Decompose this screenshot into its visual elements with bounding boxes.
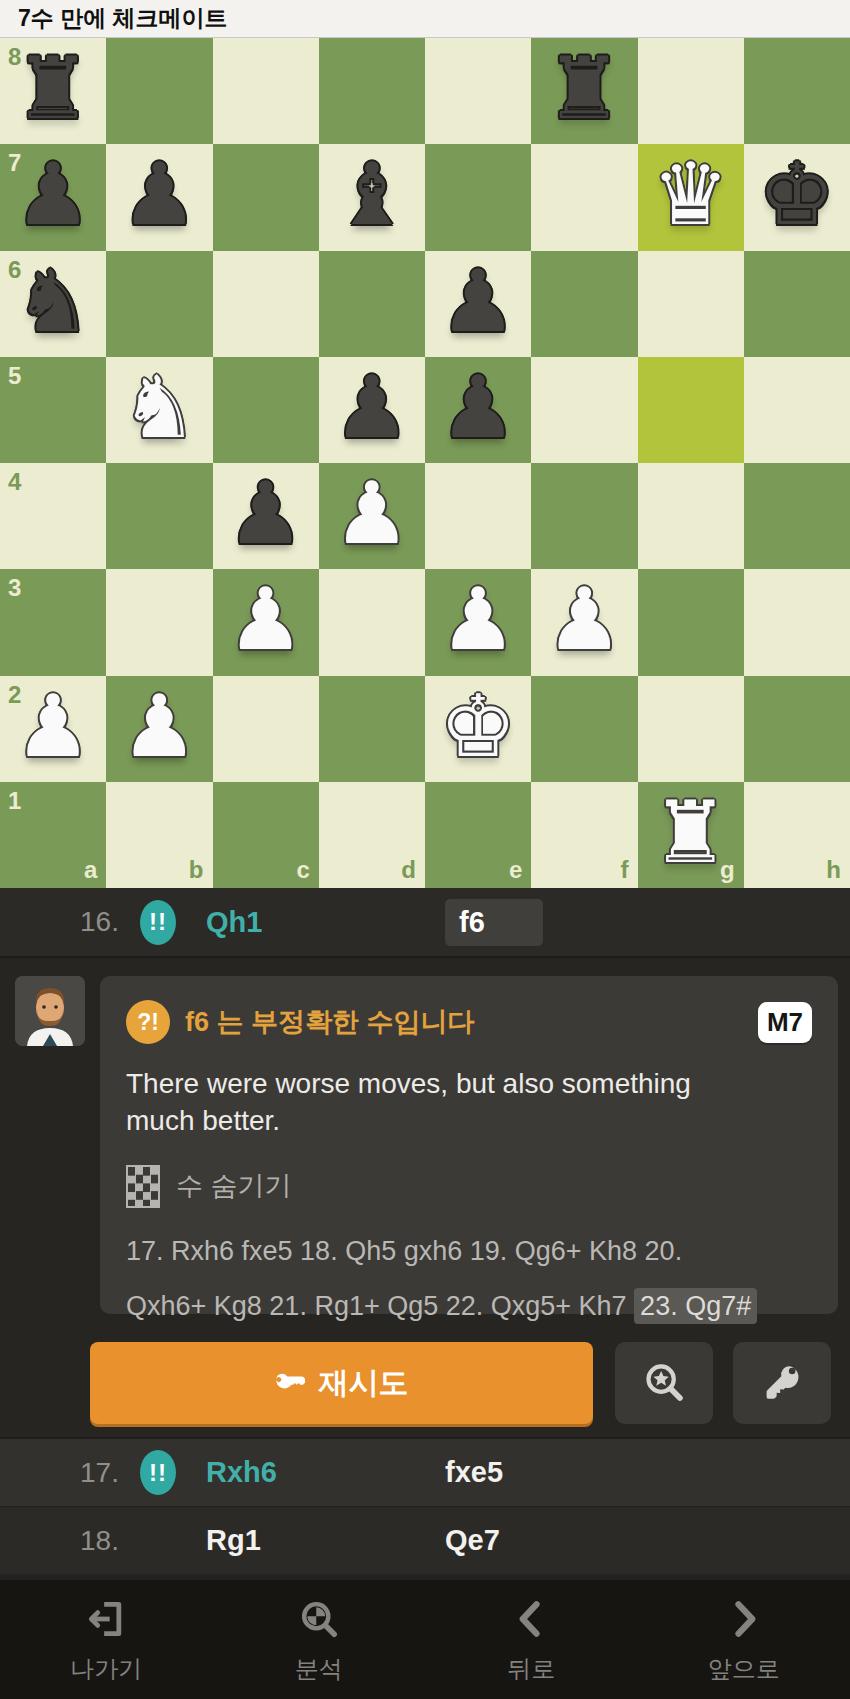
- black-move[interactable]: Qe7: [445, 1524, 500, 1557]
- square-g7[interactable]: ♛: [638, 144, 744, 250]
- file-label-c: c: [296, 858, 309, 882]
- rank-label-3: 3: [8, 576, 21, 600]
- square-g8[interactable]: [638, 38, 744, 144]
- piece-wP-e3[interactable]: ♟: [440, 576, 517, 662]
- square-c7[interactable]: [213, 144, 319, 250]
- square-e5[interactable]: ♟: [425, 357, 531, 463]
- search-star-icon: [641, 1359, 687, 1408]
- square-g4[interactable]: [638, 463, 744, 569]
- square-c2[interactable]: [213, 676, 319, 782]
- piece-wP-a2[interactable]: ♟: [15, 683, 92, 769]
- coach-avatar: [15, 976, 85, 1046]
- piece-wP-f3[interactable]: ♟: [546, 576, 623, 662]
- rank-label-1: 1: [8, 789, 21, 813]
- square-f3[interactable]: ♟: [531, 569, 637, 675]
- piece-bP-b7[interactable]: ♟: [121, 151, 198, 237]
- file-label-a: a: [84, 858, 97, 882]
- rank-label-5: 5: [8, 364, 21, 388]
- move-number: 17.: [80, 1457, 140, 1489]
- white-move[interactable]: Rg1: [206, 1524, 445, 1557]
- mini-board-icon: [126, 1165, 160, 1208]
- piece-bB-d7[interactable]: ♝: [333, 151, 410, 237]
- exit-button[interactable]: 나가기: [0, 1595, 213, 1685]
- square-a8[interactable]: 8♜: [0, 38, 106, 144]
- square-e4[interactable]: [425, 463, 531, 569]
- square-d3[interactable]: [319, 569, 425, 675]
- white-move[interactable]: Rxh6: [206, 1456, 445, 1489]
- piece-wP-d4[interactable]: ♟: [333, 470, 410, 556]
- square-g1[interactable]: g♜: [638, 782, 744, 888]
- piece-bR-f8[interactable]: ♜: [546, 45, 623, 131]
- square-b3[interactable]: [106, 569, 212, 675]
- piece-bP-e6[interactable]: ♟: [440, 258, 517, 344]
- retry-button[interactable]: 재시도: [90, 1342, 593, 1424]
- square-d2[interactable]: [319, 676, 425, 782]
- square-h6[interactable]: [744, 251, 850, 357]
- file-label-d: d: [401, 858, 416, 882]
- square-c5[interactable]: [213, 357, 319, 463]
- piece-wK-e2[interactable]: ♚: [440, 683, 517, 769]
- square-h8[interactable]: [744, 38, 850, 144]
- coach-message-card: ?! f6 는 부정확한 수입니다 M7 There were worse mo…: [100, 976, 838, 1314]
- move-row-16[interactable]: 16. !! Qh1 f6: [0, 888, 850, 956]
- square-h2[interactable]: [744, 676, 850, 782]
- square-c4[interactable]: ♟: [213, 463, 319, 569]
- analysis-button[interactable]: 분석: [213, 1595, 426, 1685]
- piece-wN-b5[interactable]: ♞: [121, 364, 198, 450]
- square-g5[interactable]: [638, 357, 744, 463]
- analysis-label: 분석: [295, 1653, 343, 1685]
- piece-wR-g1[interactable]: ♜: [652, 789, 729, 875]
- move-number: 16.: [80, 906, 140, 938]
- hide-moves-label: 수 숨기기: [176, 1168, 292, 1204]
- black-move-selected[interactable]: f6: [445, 899, 543, 946]
- square-b8[interactable]: [106, 38, 212, 144]
- square-f8[interactable]: ♜: [531, 38, 637, 144]
- piece-wP-c3[interactable]: ♟: [227, 576, 304, 662]
- square-g3[interactable]: [638, 569, 744, 675]
- piece-bN-a6[interactable]: ♞: [15, 258, 92, 344]
- square-c1[interactable]: c: [213, 782, 319, 888]
- square-f6[interactable]: [531, 251, 637, 357]
- square-h1[interactable]: h: [744, 782, 850, 888]
- piece-bP-d5[interactable]: ♟: [333, 364, 410, 450]
- bottom-navigation: 나가기 분석 뒤로 앞으로: [0, 1580, 850, 1699]
- square-e3[interactable]: ♟: [425, 569, 531, 675]
- square-e1[interactable]: e: [425, 782, 531, 888]
- square-f7[interactable]: [531, 144, 637, 250]
- square-d7[interactable]: ♝: [319, 144, 425, 250]
- chess-board: 8♜♜7♟♟♝♛♚6♞♟5♞♟♟4♟♟3♟♟♟2♟♟♚1abcdefg♜h: [0, 38, 850, 888]
- square-g6[interactable]: [638, 251, 744, 357]
- square-a2[interactable]: 2♟: [0, 676, 106, 782]
- square-a5[interactable]: 5: [0, 357, 106, 463]
- brilliant-move-icon: !!: [140, 1450, 176, 1495]
- move-number: 18.: [80, 1525, 140, 1557]
- square-a3[interactable]: 3: [0, 569, 106, 675]
- square-e7[interactable]: [425, 144, 531, 250]
- square-b1[interactable]: b: [106, 782, 212, 888]
- piece-wQ-g7[interactable]: ♛: [652, 151, 729, 237]
- back-button[interactable]: 뒤로: [425, 1595, 638, 1685]
- key-icon: [275, 1365, 305, 1402]
- white-move[interactable]: Qh1: [206, 906, 445, 939]
- square-f2[interactable]: [531, 676, 637, 782]
- hide-moves-row[interactable]: 수 숨기기: [126, 1165, 812, 1208]
- file-label-e: e: [509, 858, 522, 882]
- chevron-left-icon: [509, 1595, 553, 1643]
- coach-title: f6 는 부정확한 수입니다: [185, 1004, 758, 1040]
- square-h5[interactable]: [744, 357, 850, 463]
- page-title: 7수 만에 체크메이트: [18, 3, 228, 34]
- square-h4[interactable]: [744, 463, 850, 569]
- square-f1[interactable]: f: [531, 782, 637, 888]
- square-e8[interactable]: [425, 38, 531, 144]
- square-e6[interactable]: ♟: [425, 251, 531, 357]
- coach-panel: ?! f6 는 부정확한 수입니다 M7 There were worse mo…: [0, 956, 850, 1332]
- forward-label: 앞으로: [708, 1653, 780, 1685]
- square-a4[interactable]: 4: [0, 463, 106, 569]
- coach-avatar-image: [15, 976, 85, 1046]
- square-d1[interactable]: d: [319, 782, 425, 888]
- file-label-f: f: [621, 858, 629, 882]
- square-d8[interactable]: [319, 38, 425, 144]
- move-row-17[interactable]: 17. !! Rxh6 fxe5: [0, 1437, 850, 1506]
- square-c3[interactable]: ♟: [213, 569, 319, 675]
- square-c8[interactable]: [213, 38, 319, 144]
- square-e2[interactable]: ♚: [425, 676, 531, 782]
- square-b7[interactable]: ♟: [106, 144, 212, 250]
- square-a7[interactable]: 7♟: [0, 144, 106, 250]
- square-a6[interactable]: 6♞: [0, 251, 106, 357]
- file-label-b: b: [189, 858, 204, 882]
- piece-bP-e5[interactable]: ♟: [440, 364, 517, 450]
- back-label: 뒤로: [507, 1653, 555, 1685]
- exit-door-icon: [84, 1595, 128, 1643]
- square-c6[interactable]: [213, 251, 319, 357]
- square-b4[interactable]: [106, 463, 212, 569]
- coach-body-text: There were worse moves, but also somethi…: [126, 1066, 726, 1140]
- solution-key-button[interactable]: [733, 1342, 831, 1424]
- inaccuracy-icon: ?!: [126, 1000, 170, 1044]
- square-d5[interactable]: ♟: [319, 357, 425, 463]
- square-g2[interactable]: [638, 676, 744, 782]
- move-row-18[interactable]: 18. Rg1 Qe7: [0, 1506, 850, 1574]
- key-icon: [762, 1362, 802, 1405]
- mate-in-7-badge: M7: [758, 1002, 812, 1043]
- chevron-right-icon: [722, 1595, 766, 1643]
- brilliant-move-icon: !!: [140, 900, 176, 945]
- square-b2[interactable]: ♟: [106, 676, 212, 782]
- variation-line-1: 17. Rxh6 fxe5 18. Qh5 gxh6 19. Qg6+ Kh8 …: [126, 1235, 812, 1267]
- variation-line-2: Qxh6+ Kg8 21. Rg1+ Qg5 22. Qxg5+ Kh7 23.…: [126, 1290, 812, 1322]
- square-b6[interactable]: [106, 251, 212, 357]
- title-bar: 7수 만에 체크메이트: [0, 0, 850, 38]
- square-h3[interactable]: [744, 569, 850, 675]
- square-d6[interactable]: [319, 251, 425, 357]
- retry-button-label: 재시도: [319, 1363, 409, 1404]
- square-h7[interactable]: ♚: [744, 144, 850, 250]
- piece-wP-b2[interactable]: ♟: [121, 683, 198, 769]
- forward-button[interactable]: 앞으로: [638, 1595, 850, 1685]
- search-star-button[interactable]: [615, 1342, 713, 1424]
- piece-bP-a7[interactable]: ♟: [15, 151, 92, 237]
- variation-line[interactable]: 17. Rxh6 fxe5 18. Qh5 gxh6 19. Qg6+ Kh8 …: [126, 1235, 812, 1323]
- piece-bR-a8[interactable]: ♜: [15, 45, 92, 131]
- rank-label-4: 4: [8, 470, 21, 494]
- analysis-magnifier-icon: [297, 1595, 341, 1643]
- mate-move-highlight: 23. Qg7#: [634, 1288, 757, 1324]
- square-f4[interactable]: [531, 463, 637, 569]
- piece-bK-h7[interactable]: ♚: [758, 151, 835, 237]
- piece-bP-c4[interactable]: ♟: [227, 470, 304, 556]
- action-buttons-row: 재시도: [0, 1332, 850, 1437]
- file-label-h: h: [826, 858, 841, 882]
- square-d4[interactable]: ♟: [319, 463, 425, 569]
- black-move[interactable]: fxe5: [445, 1456, 503, 1489]
- square-b5[interactable]: ♞: [106, 357, 212, 463]
- exit-label: 나가기: [70, 1653, 142, 1685]
- square-f5[interactable]: [531, 357, 637, 463]
- square-a1[interactable]: 1a: [0, 782, 106, 888]
